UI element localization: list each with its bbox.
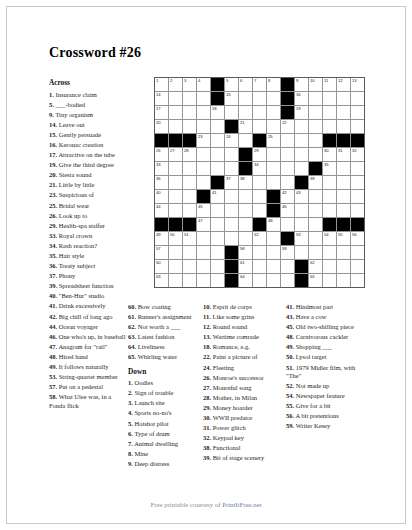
cell-number: 7 [254, 78, 256, 82]
grid-cell [169, 190, 182, 203]
across-clue-64: 64. Liveliness [128, 343, 196, 351]
grid-cell [337, 260, 350, 273]
across-clue-62: 62. Not worth a ___ [128, 323, 196, 331]
across-clue-17: 17. Attractive on the tube [49, 151, 128, 159]
across-clue-14: 14. Leave out [49, 121, 128, 129]
grid-cell [253, 204, 266, 217]
grid-cell-black [225, 120, 238, 133]
grid-cell-black [183, 134, 196, 147]
grid-cell [225, 106, 238, 119]
cell-number: 13 [352, 78, 357, 82]
down-clue-22: 22. Paint a picture of [203, 353, 283, 361]
grid-cell [351, 120, 364, 133]
grid-cell [169, 106, 182, 119]
across-clue-57: 57. Put on a pedestal [49, 383, 128, 391]
cell-number: 10 [310, 78, 315, 82]
across-header: Across [49, 78, 128, 87]
grid-cell: 33 [155, 162, 168, 175]
grid-cell [267, 260, 280, 273]
grid-cell: 22 [281, 120, 294, 133]
grid-cell [267, 176, 280, 189]
cell-number: 37 [226, 176, 231, 180]
cell-number: 27 [170, 148, 175, 152]
grid-cell [281, 274, 294, 287]
across-clue-63: 63. Latest fashion [128, 333, 196, 341]
grid-cell [309, 232, 322, 245]
grid-cell: 5 [225, 78, 238, 91]
cell-number: 18 [212, 106, 217, 110]
grid-cell-black [169, 218, 182, 231]
cell-number: 33 [156, 162, 161, 166]
grid-cell: 16 [295, 92, 308, 105]
grid-cell: 17 [155, 106, 168, 119]
grid-cell [239, 204, 252, 217]
cell-number: 21 [240, 120, 245, 124]
cell-number: 26 [156, 148, 161, 152]
grid-cell [197, 120, 210, 133]
grid-cell [323, 260, 336, 273]
puzzle-title: Crossword #26 [49, 45, 141, 61]
grid-cell-black [211, 176, 224, 189]
down-clue-1: 1. Oodles [128, 379, 196, 387]
grid-cell [253, 260, 266, 273]
grid-cell: 62 [309, 260, 322, 273]
grid-cell-black [337, 134, 350, 147]
grid-cell: 13 [351, 78, 364, 91]
across-clue-19: 19. Give the third degree [49, 161, 128, 169]
grid-cell-black [295, 176, 308, 189]
cell-number: 47 [198, 218, 203, 222]
cell-number: 4 [198, 78, 200, 82]
grid-cell [197, 246, 210, 259]
grid-cell [337, 246, 350, 259]
cell-number: 51 [184, 232, 189, 236]
grid-cell [225, 190, 238, 203]
grid-cell [169, 204, 182, 217]
grid-cell: 31 [337, 148, 350, 161]
grid-cell [351, 176, 364, 189]
clue-column-2: 60. Bow coating61. Runner's assignment62… [128, 303, 196, 470]
grid-cell [183, 176, 196, 189]
down-clue-50: 50. Lysol target [286, 353, 366, 361]
grid-cell-black [295, 260, 308, 273]
grid-cell-black [323, 218, 336, 231]
grid-cell [337, 106, 350, 119]
grid-cell [295, 204, 308, 217]
across-clues-part2: 60. Bow coating61. Runner's assignment62… [128, 303, 196, 362]
cell-number: 40 [156, 190, 161, 194]
grid-cell [183, 204, 196, 217]
grid-cell-black [239, 148, 252, 161]
grid-cell-black [253, 134, 266, 147]
grid-cell [309, 190, 322, 203]
across-clue-26: 26. Look up to [49, 212, 128, 220]
grid-cell: 49 [155, 232, 168, 245]
across-clues-part1: 1. Insurance claim5. ___-bodied9. Tiny o… [49, 91, 128, 410]
down-clue-32: 32. Keypad key [203, 434, 283, 442]
grid-cell [169, 274, 182, 287]
grid-cell [337, 120, 350, 133]
cell-number: 11 [324, 78, 328, 82]
grid-cell: 54 [323, 232, 336, 245]
grid-cell: 58 [239, 246, 252, 259]
across-clue-36: 36. Treaty subject [49, 262, 128, 270]
grid-cell: 52 [253, 232, 266, 245]
down-clue-30: 30. WWII predator [203, 414, 283, 422]
grid-cell: 51 [183, 232, 196, 245]
cell-number: 54 [324, 232, 329, 236]
cell-number: 39 [310, 176, 315, 180]
grid-cell-black [281, 232, 294, 245]
cell-number: 44 [156, 204, 161, 208]
cell-number: 19 [296, 106, 301, 110]
cell-number: 20 [156, 120, 161, 124]
cell-number: 61 [240, 260, 245, 264]
across-clue-29: 29. Health-spa staffer [49, 222, 128, 230]
grid-cell [267, 92, 280, 105]
cell-number: 17 [156, 106, 161, 110]
grid-cell [337, 162, 350, 175]
down-clue-55: 55. Give for a bit [286, 402, 366, 410]
down-clue-52: 52. Not made up [286, 382, 366, 390]
grid-cell [183, 274, 196, 287]
grid-cell [197, 106, 210, 119]
grid-cell [351, 92, 364, 105]
down-clue-4: 4. Sports no-no's [128, 409, 196, 417]
grid-cell-black [239, 162, 252, 175]
cell-number: 12 [338, 78, 343, 82]
cell-number: 63 [156, 274, 161, 278]
cell-number: 57 [156, 246, 161, 250]
down-clues-part2: 10. Esprit de corps11. Like some grins12… [203, 303, 283, 463]
grid-cell-black [267, 190, 280, 203]
grid-cell: 42 [281, 190, 294, 203]
grid-cell-black [351, 218, 364, 231]
grid-cell: 55 [337, 232, 350, 245]
cell-number: 59 [282, 246, 287, 250]
grid-cell [183, 190, 196, 203]
grid-cell: 43 [295, 190, 308, 203]
down-clue-48: 48. Carnivorous cackler [286, 333, 366, 341]
grid-cell [183, 260, 196, 273]
down-clue-38: 38. Functional [203, 444, 283, 452]
cell-number: 14 [156, 92, 161, 96]
grid-cell: 63 [155, 274, 168, 287]
across-clue-25: 25. Bridal wear [49, 202, 128, 210]
grid-cell-black [337, 218, 350, 231]
cell-number: 22 [282, 120, 287, 124]
grid-cell [351, 162, 364, 175]
grid-cell [337, 274, 350, 287]
grid-cell [323, 204, 336, 217]
grid-cell [323, 120, 336, 133]
grid-cell: 27 [169, 148, 182, 161]
down-clue-5: 5. Hotshot pilot [128, 420, 196, 428]
down-clues-part1: 1. Oodles2. Sign of trouble3. Launch sit… [128, 379, 196, 468]
down-clues-part3: 41. Hindmost part43. Have a cow45. Old t… [286, 303, 366, 430]
grid-cell: 53 [295, 232, 308, 245]
grid-cell [309, 120, 322, 133]
grid-cell [309, 218, 322, 231]
cell-number: 48 [268, 218, 273, 222]
down-clue-45: 45. Old two-shilling piece [286, 323, 366, 331]
grid-cell-black [267, 204, 280, 217]
grid-cell-black [281, 78, 294, 91]
across-clue-33: 33. Royal crown [49, 232, 128, 240]
grid-cell: 26 [155, 148, 168, 161]
down-clue-28: 28. Mother, in Milan [203, 394, 283, 402]
across-clue-1: 1. Insurance claim [49, 91, 128, 99]
cell-number: 45 [198, 204, 203, 208]
grid-cell [211, 218, 224, 231]
down-clue-56: 56. A bit pretentious [286, 412, 366, 420]
across-clue-53: 53. String-quartet member [49, 373, 128, 381]
grid-cell [323, 176, 336, 189]
grid-cell [197, 148, 210, 161]
grid-cell-black [211, 78, 224, 91]
cell-number: 3 [184, 78, 186, 82]
grid-cell [323, 190, 336, 203]
grid-cell [323, 274, 336, 287]
cell-number: 35 [324, 162, 329, 166]
grid-cell [295, 218, 308, 231]
down-clue-18: 18. Romance, e.g. [203, 343, 283, 351]
grid-cell: 39 [309, 176, 322, 189]
across-clue-35: 35. Hair style [49, 252, 128, 260]
cell-number: 6 [240, 78, 242, 82]
down-clue-10: 10. Esprit de corps [203, 303, 283, 311]
grid-cell [267, 246, 280, 259]
grid-cell [253, 176, 266, 189]
grid-cell [323, 92, 336, 105]
down-clue-6: 6. Type of drum [128, 430, 196, 438]
down-clue-39: 39. Bit of stage scenery [203, 454, 283, 462]
crossword-grid: 1234567891011121314151617181920212223242… [154, 77, 365, 288]
cell-number: 9 [296, 78, 298, 82]
cell-number: 31 [338, 148, 343, 152]
grid-cell [197, 260, 210, 273]
clue-column-4: 41. Hindmost part43. Have a cow45. Old t… [286, 303, 366, 432]
grid-cell [253, 190, 266, 203]
grid-cell [183, 106, 196, 119]
across-clue-37: 37. Phony [49, 272, 128, 280]
grid-cell [267, 120, 280, 133]
grid-cell [169, 120, 182, 133]
grid-cell-black [183, 218, 196, 231]
down-header: Down [128, 367, 196, 376]
grid-cell: 46 [281, 204, 294, 217]
down-clue-49: 49. Shopping ___ [286, 343, 366, 351]
cell-number: 34 [254, 162, 259, 166]
cell-number: 43 [296, 190, 301, 194]
across-clue-20: 20. Siesta sound [49, 171, 128, 179]
grid-cell: 56 [351, 232, 364, 245]
grid-cell-black [197, 190, 210, 203]
cell-number: 46 [282, 204, 287, 208]
cell-number: 64 [240, 274, 245, 278]
grid-cell [337, 176, 350, 189]
down-clue-12: 12. Round sound [203, 323, 283, 331]
grid-cell: 47 [197, 218, 210, 231]
grid-cell: 1 [155, 78, 168, 91]
across-clue-47: 47. Anagram for "rail" [49, 343, 128, 351]
cell-number: 50 [170, 232, 175, 236]
across-clue-15: 15. Gently persuade [49, 131, 128, 139]
grid-cell [295, 148, 308, 161]
grid-cell [239, 106, 252, 119]
across-clue-42: 42. Big chill of long ago [49, 313, 128, 321]
down-clue-24: 24. Fleeting [203, 364, 283, 372]
grid-cell [253, 120, 266, 133]
grid-cell [211, 260, 224, 273]
grid-cell [309, 92, 322, 105]
grid-cell [351, 246, 364, 259]
grid-cell [183, 246, 196, 259]
cell-number: 49 [156, 232, 161, 236]
across-clue-9: 9. Tiny organism [49, 111, 128, 119]
grid-cell: 28 [183, 148, 196, 161]
grid-cell [309, 204, 322, 217]
grid-cell [239, 134, 252, 147]
grid-cell [211, 204, 224, 217]
grid-cell [281, 176, 294, 189]
cell-number: 38 [240, 176, 245, 180]
cell-number: 58 [240, 246, 245, 250]
grid-cell: 59 [281, 246, 294, 259]
cell-number: 8 [268, 78, 270, 82]
grid-cell [197, 232, 210, 245]
across-clue-23: 23. Suspicious of [49, 191, 128, 199]
grid-cell: 57 [155, 246, 168, 259]
grid-cell [309, 246, 322, 259]
grid-cell: 41 [211, 190, 224, 203]
grid-cell: 6 [239, 78, 252, 91]
grid-cell [183, 120, 196, 133]
grid-cell: 64 [239, 274, 252, 287]
down-clue-13: 13. Wartime comrade [203, 333, 283, 341]
grid-cell [295, 162, 308, 175]
grid-cell [323, 106, 336, 119]
grid-cell [211, 120, 224, 133]
cell-number: 32 [352, 148, 357, 152]
across-clue-65: 65. Whirling water [128, 353, 196, 361]
across-clue-44: 44. Ocean voyager [49, 323, 128, 331]
grid-cell [197, 162, 210, 175]
down-clue-51: 51. 1979 Midler film, with "The" [286, 364, 366, 380]
grid-cell [309, 134, 322, 147]
grid-cell [281, 260, 294, 273]
grid-cell-black [295, 274, 308, 287]
across-clue-40: 40. "Ben-Hur" studio [49, 292, 128, 300]
cell-number: 29 [254, 148, 259, 152]
grid-cell [225, 232, 238, 245]
grid-cell: 9 [295, 78, 308, 91]
grid-cell: 2 [169, 78, 182, 91]
down-clue-43: 43. Have a cow [286, 313, 366, 321]
grid-cell: 24 [225, 134, 238, 147]
footer-credit-text: Free printable courtesy of [150, 501, 222, 508]
grid-cell [211, 134, 224, 147]
grid-cell-black [351, 134, 364, 147]
cell-number: 52 [254, 232, 259, 236]
grid-cell [351, 260, 364, 273]
grid-cell [239, 190, 252, 203]
grid-cell [169, 162, 182, 175]
grid-cell: 48 [267, 218, 280, 231]
grid-cell [281, 162, 294, 175]
grid-cell [267, 232, 280, 245]
grid-cell [239, 218, 252, 231]
cell-number: 56 [352, 232, 357, 236]
grid-cell: 37 [225, 176, 238, 189]
cell-number: 55 [338, 232, 343, 236]
grid-cell: 45 [197, 204, 210, 217]
grid-cell-black [225, 274, 238, 287]
cell-number: 36 [156, 176, 161, 180]
grid-cell: 23 [197, 134, 210, 147]
grid-cell: 40 [155, 190, 168, 203]
grid-cell [267, 274, 280, 287]
grid-cell [169, 260, 182, 273]
down-clue-54: 54. Newspaper feature [286, 392, 366, 400]
grid-cell: 36 [155, 176, 168, 189]
grid-cell-black [225, 260, 238, 273]
grid-cell: 30 [323, 148, 336, 161]
grid-cell: 10 [309, 78, 322, 91]
grid-cell-black [281, 92, 294, 105]
grid-cell: 11 [323, 78, 336, 91]
down-clue-7: 7. Animal dwelling [128, 440, 196, 448]
cell-number: 5 [226, 78, 228, 82]
grid-cell [309, 106, 322, 119]
grid-cell [211, 274, 224, 287]
cell-number: 2 [170, 78, 172, 82]
down-clue-26: 26. Monroe's successor [203, 374, 283, 382]
grid-cell [183, 162, 196, 175]
grid-cell-black [253, 218, 266, 231]
grid-cell [323, 246, 336, 259]
footer-site-link[interactable]: PrintItFree.net [222, 501, 261, 508]
across-clue-39: 39. Spreadsheet function [49, 282, 128, 290]
grid-cell [211, 162, 224, 175]
grid-cell: 32 [351, 148, 364, 161]
grid-cell: 21 [239, 120, 252, 133]
grid-cell: 38 [239, 176, 252, 189]
across-clue-46: 46. One who's up, in baseball [49, 333, 128, 341]
grid-cell [253, 92, 266, 105]
across-clue-16: 16. Kerouac creation [49, 141, 128, 149]
page-root: { "game": "crossword", "title": "Crosswo… [0, 0, 412, 530]
grid-cell [253, 274, 266, 287]
grid-cell [197, 274, 210, 287]
across-clue-34: 34. Rash reaction? [49, 242, 128, 250]
cell-number: 62 [310, 260, 315, 264]
grid-cell [169, 176, 182, 189]
grid-cell [253, 106, 266, 119]
grid-cell [351, 274, 364, 287]
cell-number: 23 [198, 134, 203, 138]
grid-cell: 50 [169, 232, 182, 245]
grid-cell: 19 [295, 106, 308, 119]
across-clue-60: 60. Bow coating [128, 303, 196, 311]
grid-cell [239, 92, 252, 105]
cell-number: 16 [296, 92, 301, 96]
cell-number: 65 [310, 274, 315, 278]
grid-cell: 15 [225, 92, 238, 105]
down-clue-3: 3. Launch site [128, 399, 196, 407]
across-clue-5: 5. ___-bodied [49, 101, 128, 109]
grid-cell [337, 204, 350, 217]
